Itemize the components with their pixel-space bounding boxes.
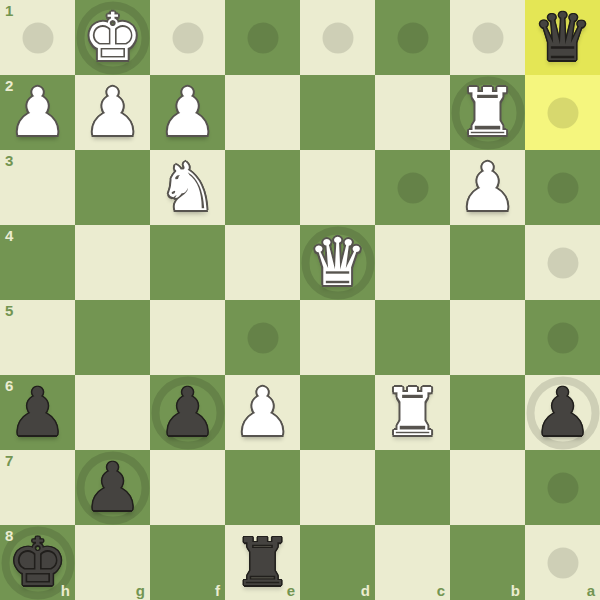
square-f8[interactable]: f [150, 525, 225, 600]
square-c1[interactable] [375, 0, 450, 75]
square-c7[interactable] [375, 450, 450, 525]
attack-dot [322, 22, 353, 53]
square-b7[interactable] [450, 450, 525, 525]
file-label-e: e [287, 582, 295, 599]
piece-white-rook[interactable]: ♜ [450, 75, 525, 150]
rank-label-7: 7 [5, 452, 13, 469]
square-g5[interactable] [75, 300, 150, 375]
square-b3[interactable]: ♟ [450, 150, 525, 225]
square-e5[interactable] [225, 300, 300, 375]
file-label-d: d [361, 582, 370, 599]
square-g7[interactable]: ♟ [75, 450, 150, 525]
file-label-g: g [136, 582, 145, 599]
square-a7[interactable] [525, 450, 600, 525]
square-d7[interactable] [300, 450, 375, 525]
square-b1[interactable] [450, 0, 525, 75]
square-f3[interactable]: ♞ [150, 150, 225, 225]
square-d2[interactable] [300, 75, 375, 150]
square-d5[interactable] [300, 300, 375, 375]
square-h4[interactable]: 4 [0, 225, 75, 300]
piece-black-pawn[interactable]: ♟ [525, 375, 600, 450]
square-a3[interactable] [525, 150, 600, 225]
square-h3[interactable]: 3 [0, 150, 75, 225]
piece-black-pawn[interactable]: ♟ [150, 375, 225, 450]
square-a4[interactable] [525, 225, 600, 300]
square-g4[interactable] [75, 225, 150, 300]
piece-white-knight[interactable]: ♞ [150, 150, 225, 225]
attack-dot [472, 22, 503, 53]
square-e2[interactable] [225, 75, 300, 150]
square-b6[interactable] [450, 375, 525, 450]
square-d3[interactable] [300, 150, 375, 225]
square-e6[interactable]: ♟ [225, 375, 300, 450]
rank-label-4: 4 [5, 227, 13, 244]
attack-dot [547, 472, 578, 503]
attack-dot [247, 322, 278, 353]
square-e8[interactable]: ♜e [225, 525, 300, 600]
square-f7[interactable] [150, 450, 225, 525]
square-c5[interactable] [375, 300, 450, 375]
square-g6[interactable] [75, 375, 150, 450]
square-e1[interactable] [225, 0, 300, 75]
piece-black-pawn[interactable]: ♟ [75, 450, 150, 525]
square-h1[interactable]: 1 [0, 0, 75, 75]
square-f2[interactable]: ♟ [150, 75, 225, 150]
square-e3[interactable] [225, 150, 300, 225]
file-label-f: f [215, 582, 220, 599]
square-c6[interactable]: ♜ [375, 375, 450, 450]
chess-board: 1♚♛♟2♟♟♜3♞♟4♛5♟6♟♟♜♟7♟♚8hgf♜edcba [0, 0, 600, 600]
attack-dot [172, 22, 203, 53]
attack-dot [547, 322, 578, 353]
square-d4[interactable]: ♛ [300, 225, 375, 300]
square-g8[interactable]: g [75, 525, 150, 600]
rank-label-3: 3 [5, 152, 13, 169]
square-g2[interactable]: ♟ [75, 75, 150, 150]
square-g1[interactable]: ♚ [75, 0, 150, 75]
file-label-c: c [437, 582, 445, 599]
square-d8[interactable]: d [300, 525, 375, 600]
square-c3[interactable] [375, 150, 450, 225]
piece-white-queen[interactable]: ♛ [300, 225, 375, 300]
square-h6[interactable]: ♟6 [0, 375, 75, 450]
square-a8[interactable]: a [525, 525, 600, 600]
piece-white-king[interactable]: ♚ [75, 0, 150, 75]
square-a5[interactable] [525, 300, 600, 375]
square-h5[interactable]: 5 [0, 300, 75, 375]
square-c2[interactable] [375, 75, 450, 150]
square-a6[interactable]: ♟ [525, 375, 600, 450]
piece-white-pawn[interactable]: ♟ [225, 375, 300, 450]
square-b2[interactable]: ♜ [450, 75, 525, 150]
piece-white-pawn[interactable]: ♟ [450, 150, 525, 225]
attack-dot [247, 22, 278, 53]
square-h8[interactable]: ♚8h [0, 525, 75, 600]
rank-label-8: 8 [5, 527, 13, 544]
square-c8[interactable]: c [375, 525, 450, 600]
rank-label-5: 5 [5, 302, 13, 319]
piece-white-pawn[interactable]: ♟ [150, 75, 225, 150]
square-g3[interactable] [75, 150, 150, 225]
attack-dot [397, 172, 428, 203]
rank-label-1: 1 [5, 2, 13, 19]
attack-dot [547, 172, 578, 203]
attack-dot [547, 97, 578, 128]
piece-white-pawn[interactable]: ♟ [75, 75, 150, 150]
square-a2[interactable] [525, 75, 600, 150]
square-h2[interactable]: ♟2 [0, 75, 75, 150]
square-c4[interactable] [375, 225, 450, 300]
square-b4[interactable] [450, 225, 525, 300]
attack-dot [547, 247, 578, 278]
file-label-h: h [61, 582, 70, 599]
square-f1[interactable] [150, 0, 225, 75]
attack-dot [22, 22, 53, 53]
square-f6[interactable]: ♟ [150, 375, 225, 450]
rank-label-6: 6 [5, 377, 13, 394]
square-e7[interactable] [225, 450, 300, 525]
piece-white-rook[interactable]: ♜ [375, 375, 450, 450]
attack-dot [397, 22, 428, 53]
square-h7[interactable]: 7 [0, 450, 75, 525]
file-label-b: b [511, 582, 520, 599]
attack-dot [547, 547, 578, 578]
square-d1[interactable] [300, 0, 375, 75]
square-a1[interactable]: ♛ [525, 0, 600, 75]
square-f4[interactable] [150, 225, 225, 300]
piece-black-queen[interactable]: ♛ [525, 0, 600, 75]
file-label-a: a [587, 582, 595, 599]
square-f5[interactable] [150, 300, 225, 375]
square-d6[interactable] [300, 375, 375, 450]
square-e4[interactable] [225, 225, 300, 300]
square-b8[interactable]: b [450, 525, 525, 600]
rank-label-2: 2 [5, 77, 13, 94]
square-b5[interactable] [450, 300, 525, 375]
